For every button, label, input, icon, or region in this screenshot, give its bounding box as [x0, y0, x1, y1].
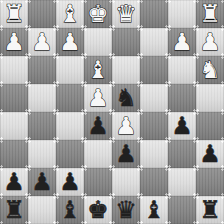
square-f3[interactable]: [56, 56, 84, 84]
piece-black-bishop[interactable]: ♝: [140, 196, 168, 224]
piece-black-pawn[interactable]: ♟: [56, 168, 84, 196]
square-a7[interactable]: [196, 168, 224, 196]
piece-black-rook[interactable]: ♜: [0, 196, 28, 224]
square-a4[interactable]: [196, 84, 224, 112]
piece-white-rook[interactable]: ♜: [0, 0, 28, 28]
piece-white-pawn[interactable]: ♟: [196, 28, 224, 56]
piece-white-pawn[interactable]: ♟: [28, 28, 56, 56]
square-d7[interactable]: [112, 168, 140, 196]
piece-black-knight[interactable]: ♞: [112, 84, 140, 112]
square-f5[interactable]: [56, 112, 84, 140]
piece-black-rook[interactable]: ♜: [196, 196, 224, 224]
square-e2[interactable]: [84, 28, 112, 56]
piece-white-king[interactable]: ♚: [84, 0, 112, 28]
square-f1[interactable]: ♝: [56, 0, 84, 28]
piece-white-knight[interactable]: ♞: [196, 56, 224, 84]
square-e8[interactable]: ♚: [84, 196, 112, 224]
square-h6[interactable]: [0, 140, 28, 168]
square-g2[interactable]: ♟: [28, 28, 56, 56]
square-e3[interactable]: ♝: [84, 56, 112, 84]
piece-black-pawn[interactable]: ♟: [168, 112, 196, 140]
square-f4[interactable]: [56, 84, 84, 112]
piece-white-queen[interactable]: ♛: [112, 0, 140, 28]
piece-black-king[interactable]: ♚: [84, 196, 112, 224]
piece-white-pawn[interactable]: ♟: [168, 28, 196, 56]
square-e4[interactable]: ♟: [84, 84, 112, 112]
piece-black-bishop[interactable]: ♝: [56, 196, 84, 224]
square-e6[interactable]: [84, 140, 112, 168]
piece-white-bishop[interactable]: ♝: [56, 0, 84, 28]
square-a8[interactable]: ♜: [196, 196, 224, 224]
square-f8[interactable]: ♝: [56, 196, 84, 224]
square-c3[interactable]: [140, 56, 168, 84]
square-a3[interactable]: ♞: [196, 56, 224, 84]
square-d2[interactable]: [112, 28, 140, 56]
square-b8[interactable]: [168, 196, 196, 224]
square-d6[interactable]: ♟: [112, 140, 140, 168]
square-g3[interactable]: [28, 56, 56, 84]
square-a1[interactable]: ♜: [196, 0, 224, 28]
square-b7[interactable]: [168, 168, 196, 196]
square-b3[interactable]: [168, 56, 196, 84]
chess-board: ♜♝♚♛♜♟♟♟♟♟♝♞♟♞♟♟♟♟♟♟♟♟♜♝♚♛♝♜: [0, 0, 224, 224]
square-a6[interactable]: ♟: [196, 140, 224, 168]
square-c7[interactable]: [140, 168, 168, 196]
square-h8[interactable]: ♜: [0, 196, 28, 224]
piece-white-pawn[interactable]: ♟: [0, 28, 28, 56]
square-b6[interactable]: [168, 140, 196, 168]
square-g5[interactable]: [28, 112, 56, 140]
square-d4[interactable]: ♞: [112, 84, 140, 112]
square-a2[interactable]: ♟: [196, 28, 224, 56]
square-b1[interactable]: [168, 0, 196, 28]
piece-white-rook[interactable]: ♜: [196, 0, 224, 28]
square-d3[interactable]: [112, 56, 140, 84]
square-c6[interactable]: [140, 140, 168, 168]
piece-white-bishop[interactable]: ♝: [84, 56, 112, 84]
square-h1[interactable]: ♜: [0, 0, 28, 28]
piece-black-queen[interactable]: ♛: [112, 196, 140, 224]
square-f2[interactable]: ♟: [56, 28, 84, 56]
piece-white-pawn[interactable]: ♟: [84, 84, 112, 112]
piece-white-pawn[interactable]: ♟: [112, 112, 140, 140]
square-d1[interactable]: ♛: [112, 0, 140, 28]
piece-black-pawn[interactable]: ♟: [112, 140, 140, 168]
square-e7[interactable]: [84, 168, 112, 196]
square-c4[interactable]: [140, 84, 168, 112]
square-c8[interactable]: ♝: [140, 196, 168, 224]
square-d5[interactable]: ♟: [112, 112, 140, 140]
square-g1[interactable]: [28, 0, 56, 28]
square-h3[interactable]: [0, 56, 28, 84]
piece-black-pawn[interactable]: ♟: [0, 168, 28, 196]
square-h4[interactable]: [0, 84, 28, 112]
square-e5[interactable]: ♟: [84, 112, 112, 140]
square-h5[interactable]: [0, 112, 28, 140]
piece-white-pawn[interactable]: ♟: [56, 28, 84, 56]
square-h2[interactable]: ♟: [0, 28, 28, 56]
square-b2[interactable]: ♟: [168, 28, 196, 56]
square-f6[interactable]: [56, 140, 84, 168]
square-c1[interactable]: [140, 0, 168, 28]
square-f7[interactable]: ♟: [56, 168, 84, 196]
piece-black-pawn[interactable]: ♟: [196, 140, 224, 168]
square-h7[interactable]: ♟: [0, 168, 28, 196]
square-c2[interactable]: [140, 28, 168, 56]
square-c5[interactable]: [140, 112, 168, 140]
square-g8[interactable]: [28, 196, 56, 224]
square-a5[interactable]: [196, 112, 224, 140]
square-g4[interactable]: [28, 84, 56, 112]
square-g6[interactable]: [28, 140, 56, 168]
piece-black-pawn[interactable]: ♟: [28, 168, 56, 196]
square-b4[interactable]: [168, 84, 196, 112]
square-d8[interactable]: ♛: [112, 196, 140, 224]
square-g7[interactable]: ♟: [28, 168, 56, 196]
square-b5[interactable]: ♟: [168, 112, 196, 140]
square-e1[interactable]: ♚: [84, 0, 112, 28]
piece-black-pawn[interactable]: ♟: [84, 112, 112, 140]
